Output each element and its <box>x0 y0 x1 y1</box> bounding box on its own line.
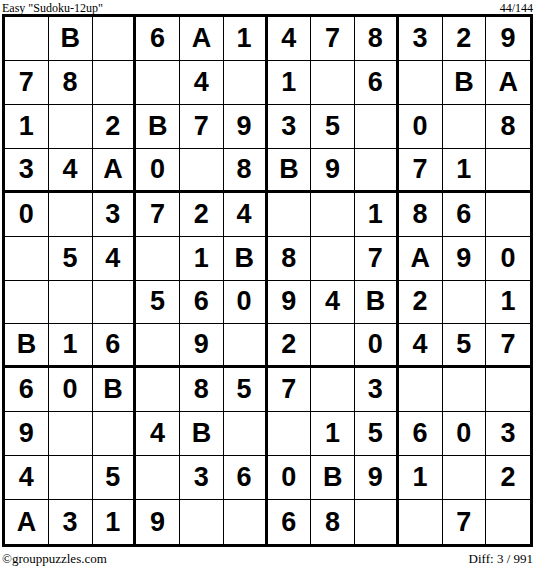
cell-r1c7: 4 <box>268 17 312 61</box>
cell-r11c12: 2 <box>486 456 530 500</box>
cell-r9c6: 5 <box>224 368 268 412</box>
cell-r4c5[interactable] <box>180 149 224 193</box>
cell-r8c2: 1 <box>49 324 93 368</box>
cell-r8c10: 4 <box>399 324 443 368</box>
cell-r6c11: 9 <box>443 237 487 281</box>
cell-r4c1: 3 <box>5 149 49 193</box>
cell-r9c5: 8 <box>180 368 224 412</box>
cell-r2c10[interactable] <box>399 61 443 105</box>
cell-r6c2: 5 <box>49 237 93 281</box>
cell-r1c4: 6 <box>136 17 180 61</box>
cell-r3c12: 8 <box>486 105 530 149</box>
cell-r12c1: A <box>5 500 49 544</box>
cell-r2c12: A <box>486 61 530 105</box>
cell-r4c6: 8 <box>224 149 268 193</box>
cell-r11c2[interactable] <box>49 456 93 500</box>
cell-r11c8: B <box>311 456 355 500</box>
cell-r8c12: 7 <box>486 324 530 368</box>
cell-r8c1: B <box>5 324 49 368</box>
cell-r2c6[interactable] <box>224 61 268 105</box>
cell-r9c1: 6 <box>5 368 49 412</box>
cell-r5c7[interactable] <box>268 193 312 237</box>
cell-r5c5: 2 <box>180 193 224 237</box>
cell-r4c2: 4 <box>49 149 93 193</box>
cell-r9c10[interactable] <box>399 368 443 412</box>
cell-r11c7: 0 <box>268 456 312 500</box>
cell-r9c12[interactable] <box>486 368 530 412</box>
cell-r6c6: B <box>224 237 268 281</box>
cell-r1c11: 2 <box>443 17 487 61</box>
cell-r5c10: 8 <box>399 193 443 237</box>
cell-r11c6: 6 <box>224 456 268 500</box>
cell-r3c2[interactable] <box>49 105 93 149</box>
cell-r3c1: 1 <box>5 105 49 149</box>
cell-r8c7: 2 <box>268 324 312 368</box>
cell-r5c11: 6 <box>443 193 487 237</box>
copyright-text: ©grouppuzzles.com <box>2 551 107 567</box>
cell-r7c10: 2 <box>399 281 443 325</box>
cell-r12c8: 8 <box>311 500 355 544</box>
cell-r2c7: 1 <box>268 61 312 105</box>
cell-r10c3[interactable] <box>93 412 137 456</box>
cell-r12c10[interactable] <box>399 500 443 544</box>
cell-r7c8: 4 <box>311 281 355 325</box>
cell-r7c1[interactable] <box>5 281 49 325</box>
cell-r4c11: 1 <box>443 149 487 193</box>
cell-r8c11: 5 <box>443 324 487 368</box>
cell-r2c9: 6 <box>355 61 399 105</box>
cell-r9c2: 0 <box>49 368 93 412</box>
cell-r5c9: 1 <box>355 193 399 237</box>
cell-r12c3: 1 <box>93 500 137 544</box>
cell-r6c4[interactable] <box>136 237 180 281</box>
cell-r1c6: 1 <box>224 17 268 61</box>
cell-r2c4[interactable] <box>136 61 180 105</box>
cell-r5c4: 7 <box>136 193 180 237</box>
sudoku-grid: B6A147832978416BA12B79350834A08B97103724… <box>2 14 533 547</box>
cell-r3c7: 3 <box>268 105 312 149</box>
cell-r8c6[interactable] <box>224 324 268 368</box>
cell-r9c3: B <box>93 368 137 412</box>
cell-r1c3[interactable] <box>93 17 137 61</box>
cell-r9c7: 7 <box>268 368 312 412</box>
cell-r7c12: 1 <box>486 281 530 325</box>
cell-r7c3[interactable] <box>93 281 137 325</box>
cell-r3c10: 0 <box>399 105 443 149</box>
cell-r9c11[interactable] <box>443 368 487 412</box>
cell-r2c11: B <box>443 61 487 105</box>
cell-r12c4: 9 <box>136 500 180 544</box>
cell-r3c8: 5 <box>311 105 355 149</box>
cell-r11c9: 9 <box>355 456 399 500</box>
cell-r8c5: 9 <box>180 324 224 368</box>
cell-r1c8: 7 <box>311 17 355 61</box>
cell-r9c9: 3 <box>355 368 399 412</box>
cell-r5c8[interactable] <box>311 193 355 237</box>
cell-r1c2: B <box>49 17 93 61</box>
cell-r2c5: 4 <box>180 61 224 105</box>
cell-r7c11[interactable] <box>443 281 487 325</box>
cell-r8c9: 0 <box>355 324 399 368</box>
cell-r6c7: 8 <box>268 237 312 281</box>
cell-r10c12: 3 <box>486 412 530 456</box>
cell-r1c5: A <box>180 17 224 61</box>
cell-r6c1[interactable] <box>5 237 49 281</box>
cell-r6c8[interactable] <box>311 237 355 281</box>
cell-r10c2[interactable] <box>49 412 93 456</box>
cell-r2c3[interactable] <box>93 61 137 105</box>
cell-r5c12[interactable] <box>486 193 530 237</box>
puzzle-page: Easy "Sudoku-12up" 44/144 B6A14783297841… <box>0 0 535 569</box>
cell-r5c1: 0 <box>5 193 49 237</box>
cell-r4c12[interactable] <box>486 149 530 193</box>
cell-r10c5: B <box>180 412 224 456</box>
cell-r9c4[interactable] <box>136 368 180 412</box>
cell-r10c8: 1 <box>311 412 355 456</box>
cell-r11c3: 5 <box>93 456 137 500</box>
cell-r11c1: 4 <box>5 456 49 500</box>
cell-r12c5[interactable] <box>180 500 224 544</box>
cell-r6c5: 1 <box>180 237 224 281</box>
cell-r10c7[interactable] <box>268 412 312 456</box>
cell-r10c1: 9 <box>5 412 49 456</box>
cell-r5c2[interactable] <box>49 193 93 237</box>
cell-r5c6: 4 <box>224 193 268 237</box>
cell-r12c7: 6 <box>268 500 312 544</box>
cell-r10c11: 0 <box>443 412 487 456</box>
cell-r1c12: 9 <box>486 17 530 61</box>
cell-r11c10: 1 <box>399 456 443 500</box>
cell-r10c9: 5 <box>355 412 399 456</box>
cell-r12c12[interactable] <box>486 500 530 544</box>
cell-r4c7: B <box>268 149 312 193</box>
cell-r8c4[interactable] <box>136 324 180 368</box>
cell-r11c5: 3 <box>180 456 224 500</box>
cell-r4c3: A <box>93 149 137 193</box>
cell-r4c8: 9 <box>311 149 355 193</box>
cell-r6c3: 4 <box>93 237 137 281</box>
cell-r6c12: 0 <box>486 237 530 281</box>
cell-r4c4: 0 <box>136 149 180 193</box>
cell-r1c10: 3 <box>399 17 443 61</box>
cell-r11c11[interactable] <box>443 456 487 500</box>
cell-r1c1[interactable] <box>5 17 49 61</box>
cell-r10c6[interactable] <box>224 412 268 456</box>
cell-r7c9: B <box>355 281 399 325</box>
cell-r4c9[interactable] <box>355 149 399 193</box>
cell-r10c10: 6 <box>399 412 443 456</box>
difficulty-text: Diff: 3 / 991 <box>469 551 533 567</box>
cell-r3c11[interactable] <box>443 105 487 149</box>
cell-r7c4: 5 <box>136 281 180 325</box>
cell-r12c9[interactable] <box>355 500 399 544</box>
cell-r7c7: 9 <box>268 281 312 325</box>
cell-r5c3: 3 <box>93 193 137 237</box>
cell-r2c2: 8 <box>49 61 93 105</box>
cell-r1c9: 8 <box>355 17 399 61</box>
cell-r7c2[interactable] <box>49 281 93 325</box>
cell-r3c9[interactable] <box>355 105 399 149</box>
cell-r7c5: 6 <box>180 281 224 325</box>
cell-r12c2: 3 <box>49 500 93 544</box>
cell-r8c3: 6 <box>93 324 137 368</box>
cell-r2c1: 7 <box>5 61 49 105</box>
cell-r7c6: 0 <box>224 281 268 325</box>
cell-r3c3: 2 <box>93 105 137 149</box>
cell-r2c8[interactable] <box>311 61 355 105</box>
cell-r6c9: 7 <box>355 237 399 281</box>
cell-r11c4[interactable] <box>136 456 180 500</box>
cell-r12c11: 7 <box>443 500 487 544</box>
cell-r6c10: A <box>399 237 443 281</box>
cell-r10c4: 4 <box>136 412 180 456</box>
cell-r4c10: 7 <box>399 149 443 193</box>
cell-r3c5: 7 <box>180 105 224 149</box>
cell-r9c8[interactable] <box>311 368 355 412</box>
cell-r8c8[interactable] <box>311 324 355 368</box>
cell-r3c6: 9 <box>224 105 268 149</box>
cell-r3c4: B <box>136 105 180 149</box>
cell-r12c6[interactable] <box>224 500 268 544</box>
